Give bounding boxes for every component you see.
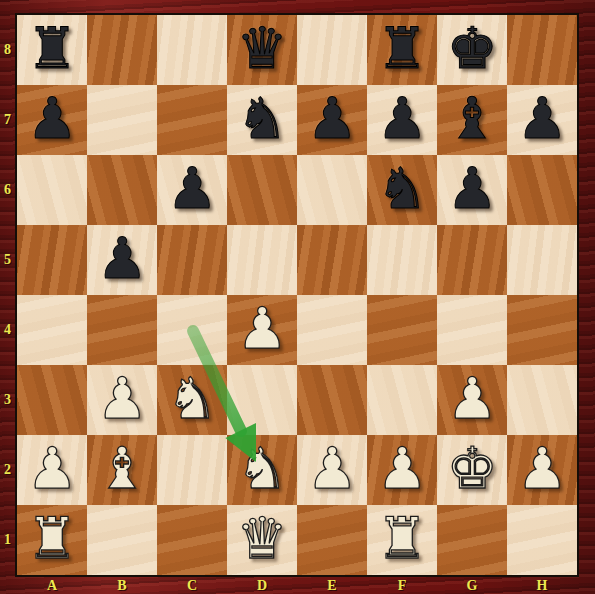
square-c8[interactable]: [157, 15, 227, 85]
square-g7[interactable]: ♝: [437, 85, 507, 155]
square-e6[interactable]: [297, 155, 367, 225]
square-a3[interactable]: [17, 365, 87, 435]
square-f7[interactable]: ♟: [367, 85, 437, 155]
piece-black-queen: ♛: [236, 20, 287, 77]
square-e7[interactable]: ♟: [297, 85, 367, 155]
rank-label-1: 1: [0, 505, 15, 575]
square-d5[interactable]: [227, 225, 297, 295]
board: ♜♛♜♚♟♞♟♟♝♟♟♞♟♟♟♟♞♟♟♝♞♟♟♚♟♜♛♜: [17, 15, 577, 575]
square-h6[interactable]: [507, 155, 577, 225]
piece-black-pawn: ♟: [306, 90, 357, 147]
piece-black-knight: ♞: [376, 160, 427, 217]
piece-white-king: ♚: [446, 440, 497, 497]
square-e4[interactable]: [297, 295, 367, 365]
piece-black-pawn: ♟: [166, 160, 217, 217]
piece-white-pawn: ♟: [516, 440, 567, 497]
rank-label-8: 8: [0, 15, 15, 85]
file-label-h: H: [507, 577, 577, 594]
piece-white-pawn: ♟: [236, 300, 287, 357]
piece-black-rook: ♜: [26, 20, 77, 77]
file-label-c: C: [157, 577, 227, 594]
square-b2[interactable]: ♝: [87, 435, 157, 505]
square-f5[interactable]: [367, 225, 437, 295]
piece-black-pawn: ♟: [96, 230, 147, 287]
square-c3[interactable]: ♞: [157, 365, 227, 435]
square-b5[interactable]: ♟: [87, 225, 157, 295]
square-h1[interactable]: [507, 505, 577, 575]
rank-label-2: 2: [0, 435, 15, 505]
square-g4[interactable]: [437, 295, 507, 365]
square-e8[interactable]: [297, 15, 367, 85]
square-c2[interactable]: [157, 435, 227, 505]
square-a6[interactable]: [17, 155, 87, 225]
rank-label-7: 7: [0, 85, 15, 155]
rank-labels: 87654321: [0, 15, 15, 575]
piece-white-knight: ♞: [166, 370, 217, 427]
square-a2[interactable]: ♟: [17, 435, 87, 505]
square-c1[interactable]: [157, 505, 227, 575]
square-b1[interactable]: [87, 505, 157, 575]
square-d4[interactable]: ♟: [227, 295, 297, 365]
file-label-b: B: [87, 577, 157, 594]
piece-black-bishop: ♝: [446, 90, 497, 147]
square-g6[interactable]: ♟: [437, 155, 507, 225]
piece-white-pawn: ♟: [306, 440, 357, 497]
piece-white-pawn: ♟: [446, 370, 497, 427]
square-h4[interactable]: [507, 295, 577, 365]
square-g5[interactable]: [437, 225, 507, 295]
square-b6[interactable]: [87, 155, 157, 225]
square-f2[interactable]: ♟: [367, 435, 437, 505]
piece-white-bishop: ♝: [96, 440, 147, 497]
square-f4[interactable]: [367, 295, 437, 365]
square-h3[interactable]: [507, 365, 577, 435]
board-border: ♜♛♜♚♟♞♟♟♝♟♟♞♟♟♟♟♞♟♟♝♞♟♟♚♟♜♛♜: [15, 13, 579, 577]
file-label-a: A: [17, 577, 87, 594]
square-c5[interactable]: [157, 225, 227, 295]
square-b7[interactable]: [87, 85, 157, 155]
file-labels: ABCDEFGH: [17, 577, 577, 594]
square-d3[interactable]: [227, 365, 297, 435]
square-b8[interactable]: [87, 15, 157, 85]
square-g2[interactable]: ♚: [437, 435, 507, 505]
piece-white-pawn: ♟: [26, 440, 77, 497]
square-f6[interactable]: ♞: [367, 155, 437, 225]
square-e3[interactable]: [297, 365, 367, 435]
square-h8[interactable]: [507, 15, 577, 85]
piece-white-rook: ♜: [376, 510, 427, 567]
square-f1[interactable]: ♜: [367, 505, 437, 575]
piece-white-knight: ♞: [236, 440, 287, 497]
square-d7[interactable]: ♞: [227, 85, 297, 155]
square-d6[interactable]: [227, 155, 297, 225]
file-label-f: F: [367, 577, 437, 594]
piece-black-pawn: ♟: [446, 160, 497, 217]
square-c4[interactable]: [157, 295, 227, 365]
square-d8[interactable]: ♛: [227, 15, 297, 85]
square-c7[interactable]: [157, 85, 227, 155]
square-b3[interactable]: ♟: [87, 365, 157, 435]
rank-label-3: 3: [0, 365, 15, 435]
square-d2[interactable]: ♞: [227, 435, 297, 505]
file-label-d: D: [227, 577, 297, 594]
square-a4[interactable]: [17, 295, 87, 365]
chessboard-frame: 87654321 ♜♛♜♚♟♞♟♟♝♟♟♞♟♟♟♟♞♟♟♝♞♟♟♚♟♜♛♜ AB…: [0, 0, 595, 594]
square-f8[interactable]: ♜: [367, 15, 437, 85]
piece-black-rook: ♜: [376, 20, 427, 77]
square-e5[interactable]: [297, 225, 367, 295]
rank-label-4: 4: [0, 295, 15, 365]
square-h5[interactable]: [507, 225, 577, 295]
piece-black-king: ♚: [446, 20, 497, 77]
square-g3[interactable]: ♟: [437, 365, 507, 435]
square-c6[interactable]: ♟: [157, 155, 227, 225]
piece-black-knight: ♞: [236, 90, 287, 147]
square-d1[interactable]: ♛: [227, 505, 297, 575]
piece-white-queen: ♛: [236, 510, 287, 567]
rank-label-5: 5: [0, 225, 15, 295]
piece-white-rook: ♜: [26, 510, 77, 567]
square-a7[interactable]: ♟: [17, 85, 87, 155]
piece-black-pawn: ♟: [376, 90, 427, 147]
file-label-e: E: [297, 577, 367, 594]
square-a1[interactable]: ♜: [17, 505, 87, 575]
square-b4[interactable]: [87, 295, 157, 365]
piece-white-pawn: ♟: [96, 370, 147, 427]
square-e1[interactable]: [297, 505, 367, 575]
square-h2[interactable]: ♟: [507, 435, 577, 505]
square-e2[interactable]: ♟: [297, 435, 367, 505]
piece-black-pawn: ♟: [516, 90, 567, 147]
square-a8[interactable]: ♜: [17, 15, 87, 85]
square-g8[interactable]: ♚: [437, 15, 507, 85]
file-label-g: G: [437, 577, 507, 594]
square-f3[interactable]: [367, 365, 437, 435]
square-h7[interactable]: ♟: [507, 85, 577, 155]
square-a5[interactable]: [17, 225, 87, 295]
rank-label-6: 6: [0, 155, 15, 225]
square-g1[interactable]: [437, 505, 507, 575]
piece-black-pawn: ♟: [26, 90, 77, 147]
piece-white-pawn: ♟: [376, 440, 427, 497]
